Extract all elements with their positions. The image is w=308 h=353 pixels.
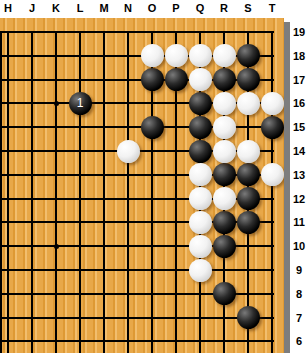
black-stone-R13[interactable] [213, 163, 236, 186]
black-stone-R10[interactable] [213, 235, 236, 258]
white-stone-Q12[interactable] [189, 187, 212, 210]
coord-label-row-11: 11 [290, 214, 308, 230]
white-stone-S14[interactable] [237, 140, 260, 163]
coord-label-col-Q: Q [188, 1, 212, 17]
black-stone-Q15[interactable] [189, 116, 212, 139]
black-stone-S11[interactable] [237, 211, 260, 234]
white-stone-P18[interactable] [165, 44, 188, 67]
white-stone-Q17[interactable] [189, 68, 212, 91]
grid-line-row-7 [0, 317, 274, 319]
grid-line-col-J [31, 31, 33, 353]
grid-line-row-6 [0, 340, 274, 342]
black-stone-R17[interactable] [213, 68, 236, 91]
coord-label-row-16: 16 [290, 95, 308, 111]
grid-line-row-19 [0, 31, 274, 33]
grid-line-col-H [7, 31, 9, 353]
coord-label-col-S: S [236, 1, 260, 17]
go-diagram-screen: 1 HJKLMNOPQRST191817161514131211109876 [0, 0, 308, 353]
black-stone-Q14[interactable] [189, 140, 212, 163]
white-stone-R18[interactable] [213, 44, 236, 67]
black-stone-O17[interactable] [141, 68, 164, 91]
white-stone-Q18[interactable] [189, 44, 212, 67]
grid-line-col-L [79, 31, 81, 353]
white-stone-Q13[interactable] [189, 163, 212, 186]
grid-line-col-M [103, 31, 105, 353]
coord-label-row-19: 19 [290, 24, 308, 40]
white-stone-R14[interactable] [213, 140, 236, 163]
coord-label-col-M: M [92, 1, 116, 17]
coord-label-row-15: 15 [290, 119, 308, 135]
black-stone-S13[interactable] [237, 163, 260, 186]
coord-label-row-8: 8 [290, 286, 308, 302]
white-stone-Q10[interactable] [189, 235, 212, 258]
coord-label-col-L: L [68, 1, 92, 17]
white-stone-Q11[interactable] [189, 211, 212, 234]
grid-line-col-N [127, 31, 129, 353]
coord-label-row-6: 6 [290, 333, 308, 349]
move-number-marker: 1 [69, 92, 92, 115]
white-stone-Q9[interactable] [189, 259, 212, 282]
white-stone-O18[interactable] [141, 44, 164, 67]
black-stone-S17[interactable] [237, 68, 260, 91]
black-stone-S18[interactable] [237, 44, 260, 67]
coord-label-row-9: 9 [290, 262, 308, 278]
coord-label-row-13: 13 [290, 167, 308, 183]
black-stone-L16[interactable]: 1 [69, 92, 92, 115]
white-stone-N14[interactable] [117, 140, 140, 163]
white-stone-S16[interactable] [237, 92, 260, 115]
coord-label-row-7: 7 [290, 310, 308, 326]
grid-line-row-9 [0, 269, 274, 271]
black-stone-O15[interactable] [141, 116, 164, 139]
black-stone-R11[interactable] [213, 211, 236, 234]
star-point-K10 [54, 244, 59, 249]
board-crop-edge-left [0, 31, 2, 353]
coord-label-col-R: R [212, 1, 236, 17]
white-stone-R15[interactable] [213, 116, 236, 139]
coord-label-col-H: H [0, 1, 20, 17]
black-stone-Q16[interactable] [189, 92, 212, 115]
board-shadow-edge [284, 22, 290, 353]
black-stone-P17[interactable] [165, 68, 188, 91]
white-stone-R16[interactable] [213, 92, 236, 115]
star-point-K16 [54, 101, 59, 106]
grid-line-col-K [55, 31, 57, 353]
coord-label-row-10: 10 [290, 238, 308, 254]
black-stone-R8[interactable] [213, 282, 236, 305]
go-board[interactable]: 1 [0, 18, 284, 353]
coord-label-row-18: 18 [290, 48, 308, 64]
black-stone-S12[interactable] [237, 187, 260, 210]
coord-label-col-N: N [116, 1, 140, 17]
black-stone-S7[interactable] [237, 306, 260, 329]
coord-label-col-K: K [44, 1, 68, 17]
coord-label-col-J: J [20, 1, 44, 17]
white-stone-T13[interactable] [261, 163, 284, 186]
coord-label-col-P: P [164, 1, 188, 17]
white-stone-R12[interactable] [213, 187, 236, 210]
coord-label-row-12: 12 [290, 191, 308, 207]
white-stone-T16[interactable] [261, 92, 284, 115]
black-stone-T15[interactable] [261, 116, 284, 139]
grid-line-col-T [271, 31, 273, 353]
coord-label-col-T: T [260, 1, 284, 17]
coord-label-col-O: O [140, 1, 164, 17]
coord-label-row-14: 14 [290, 143, 308, 159]
coord-label-row-17: 17 [290, 72, 308, 88]
